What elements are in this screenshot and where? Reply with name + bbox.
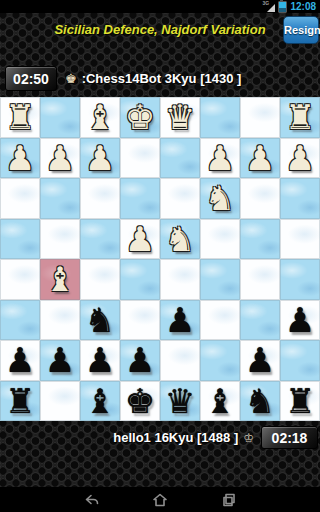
square-f2[interactable]: ♟ <box>80 138 120 179</box>
square-c1[interactable] <box>200 97 240 138</box>
square-b5[interactable] <box>240 259 280 300</box>
opponent-clock: 02:50 <box>5 66 57 91</box>
square-g6[interactable] <box>40 300 80 341</box>
square-e6[interactable] <box>120 300 160 341</box>
square-b1[interactable] <box>240 97 280 138</box>
square-a2[interactable]: ♟ <box>280 138 320 179</box>
status-time: 12:08 <box>290 0 316 13</box>
square-h7[interactable]: ♟ <box>0 340 40 381</box>
square-c4[interactable] <box>200 219 240 260</box>
player-name: hello1 16Kyu [1488 ] <box>113 430 238 445</box>
square-a1[interactable]: ♜ <box>280 97 320 138</box>
square-f8[interactable]: ♝ <box>80 381 120 422</box>
chess-board[interactable]: ♜♝♚♛♜♟♟♟♟♟♟♞♟♞♝♞♟♟♟♟♟♟♟♜♝♚♛♝♞♜ <box>0 97 320 421</box>
white-rook[interactable]: ♜ <box>0 97 40 138</box>
square-a3[interactable] <box>280 178 320 219</box>
white-pawn[interactable]: ♟ <box>120 219 160 260</box>
player-bar: hello1 16Kyu [1488 ] ♔ 02:18 <box>0 426 318 449</box>
square-e5[interactable] <box>120 259 160 300</box>
white-king[interactable]: ♚ <box>120 97 160 138</box>
square-f3[interactable] <box>80 178 120 219</box>
white-knight[interactable]: ♞ <box>160 219 200 260</box>
square-e8[interactable]: ♚ <box>120 381 160 422</box>
black-rook[interactable]: ♜ <box>280 381 320 422</box>
square-e4[interactable]: ♟ <box>120 219 160 260</box>
android-nav-bar <box>0 487 320 512</box>
black-pawn[interactable]: ♟ <box>120 340 160 381</box>
black-rook[interactable]: ♜ <box>0 381 40 422</box>
white-pawn[interactable]: ♟ <box>280 138 320 179</box>
square-c7[interactable] <box>200 340 240 381</box>
square-f4[interactable] <box>80 219 120 260</box>
square-g4[interactable] <box>40 219 80 260</box>
square-e2[interactable] <box>120 138 160 179</box>
white-king-icon: ♚ <box>65 71 77 86</box>
square-g3[interactable] <box>40 178 80 219</box>
black-knight[interactable]: ♞ <box>80 300 120 341</box>
white-rook[interactable]: ♜ <box>280 97 320 138</box>
square-h1[interactable]: ♜ <box>0 97 40 138</box>
square-d2[interactable] <box>160 138 200 179</box>
square-g5[interactable]: ♝ <box>40 259 80 300</box>
square-a5[interactable] <box>280 259 320 300</box>
recents-icon[interactable] <box>220 492 236 508</box>
white-knight[interactable]: ♞ <box>200 178 240 219</box>
square-h8[interactable]: ♜ <box>0 381 40 422</box>
square-d8[interactable]: ♛ <box>160 381 200 422</box>
square-c3[interactable]: ♞ <box>200 178 240 219</box>
white-bishop[interactable]: ♝ <box>80 97 120 138</box>
signal-icon: 3G <box>262 1 275 12</box>
black-bishop[interactable]: ♝ <box>200 381 240 422</box>
black-pawn[interactable]: ♟ <box>80 340 120 381</box>
black-pawn[interactable]: ♟ <box>280 300 320 341</box>
white-pawn[interactable]: ♟ <box>0 138 40 179</box>
square-f5[interactable] <box>80 259 120 300</box>
square-g1[interactable] <box>40 97 80 138</box>
back-icon[interactable] <box>84 492 100 508</box>
square-f1[interactable]: ♝ <box>80 97 120 138</box>
square-e1[interactable]: ♚ <box>120 97 160 138</box>
square-g7[interactable]: ♟ <box>40 340 80 381</box>
black-pawn[interactable]: ♟ <box>40 340 80 381</box>
black-king[interactable]: ♚ <box>120 381 160 422</box>
player-clock: 02:18 <box>261 426 318 449</box>
black-knight[interactable]: ♞ <box>240 381 280 422</box>
square-f6[interactable]: ♞ <box>80 300 120 341</box>
white-pawn[interactable]: ♟ <box>40 138 80 179</box>
square-d5[interactable] <box>160 259 200 300</box>
square-d4[interactable]: ♞ <box>160 219 200 260</box>
square-c2[interactable]: ♟ <box>200 138 240 179</box>
square-a6[interactable]: ♟ <box>280 300 320 341</box>
square-a7[interactable] <box>280 340 320 381</box>
square-c6[interactable] <box>200 300 240 341</box>
black-pawn[interactable]: ♟ <box>0 340 40 381</box>
black-bishop[interactable]: ♝ <box>80 381 120 422</box>
square-d3[interactable] <box>160 178 200 219</box>
square-e3[interactable] <box>120 178 160 219</box>
status-bar: 3G 12:08 <box>0 0 320 13</box>
square-h3[interactable] <box>0 178 40 219</box>
square-c8[interactable]: ♝ <box>200 381 240 422</box>
square-d6[interactable]: ♟ <box>160 300 200 341</box>
black-pawn[interactable]: ♟ <box>160 300 200 341</box>
square-b7[interactable]: ♟ <box>240 340 280 381</box>
battery-icon <box>278 1 287 13</box>
white-pawn[interactable]: ♟ <box>200 138 240 179</box>
white-pawn[interactable]: ♟ <box>240 138 280 179</box>
square-h6[interactable] <box>0 300 40 341</box>
square-a8[interactable]: ♜ <box>280 381 320 422</box>
square-b8[interactable]: ♞ <box>240 381 280 422</box>
square-h4[interactable] <box>0 219 40 260</box>
white-pawn[interactable]: ♟ <box>80 138 120 179</box>
white-bishop[interactable]: ♝ <box>40 259 80 300</box>
square-b4[interactable] <box>240 219 280 260</box>
square-d7[interactable] <box>160 340 200 381</box>
page-title: Sicilian Defence, Najdorf Variation <box>0 22 320 37</box>
square-b6[interactable] <box>240 300 280 341</box>
white-queen[interactable]: ♛ <box>160 97 200 138</box>
square-g2[interactable]: ♟ <box>40 138 80 179</box>
square-h2[interactable]: ♟ <box>0 138 40 179</box>
square-a4[interactable] <box>280 219 320 260</box>
square-g8[interactable] <box>40 381 80 422</box>
resign-button[interactable]: Resign <box>283 16 319 44</box>
square-b2[interactable]: ♟ <box>240 138 280 179</box>
square-d1[interactable]: ♛ <box>160 97 200 138</box>
square-c5[interactable] <box>200 259 240 300</box>
opponent-bar: 02:50 ♚ :Chess14Bot 3Kyu [1430 ] <box>5 66 241 91</box>
square-h5[interactable] <box>0 259 40 300</box>
black-queen[interactable]: ♛ <box>160 381 200 422</box>
app-screen: 3G 12:08 Sicilian Defence, Najdorf Varia… <box>0 0 320 512</box>
opponent-name: :Chess14Bot 3Kyu [1430 ] <box>82 71 242 86</box>
square-f7[interactable]: ♟ <box>80 340 120 381</box>
black-pawn[interactable]: ♟ <box>240 340 280 381</box>
home-icon[interactable] <box>152 492 168 508</box>
square-b3[interactable] <box>240 178 280 219</box>
square-e7[interactable]: ♟ <box>120 340 160 381</box>
black-king-icon: ♔ <box>243 431 254 445</box>
